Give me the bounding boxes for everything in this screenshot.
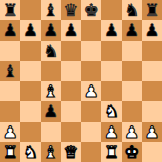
square-a8[interactable]: ♜ [0,0,20,20]
white-pawn-icon: ♟ [3,122,18,142]
square-f5[interactable] [101,61,121,81]
white-pawn-icon: ♟ [124,122,139,142]
square-g3[interactable] [122,101,142,121]
square-g5[interactable] [122,61,142,81]
square-d7[interactable]: ♟ [61,20,81,40]
square-d4[interactable] [61,81,81,101]
square-g7[interactable]: ♟ [122,20,142,40]
square-e4[interactable]: ♟ [81,81,101,101]
square-b1[interactable]: ♞ [20,142,40,162]
black-pawn-icon: ♟ [23,20,38,40]
black-rook-icon: ♜ [144,0,159,20]
square-a2[interactable]: ♟ [0,122,20,142]
square-h4[interactable] [142,81,162,101]
square-c8[interactable]: ♝ [41,0,61,20]
square-f4[interactable] [101,81,121,101]
square-f8[interactable] [101,0,121,20]
square-e2[interactable] [81,122,101,142]
square-a3[interactable] [0,101,20,121]
square-b3[interactable] [20,101,40,121]
white-rook-icon: ♜ [3,142,18,162]
square-f6[interactable] [101,41,121,61]
white-pawn-icon: ♟ [84,81,99,101]
square-g4[interactable] [122,81,142,101]
square-c6[interactable]: ♞ [41,41,61,61]
black-pawn-icon: ♟ [104,20,119,40]
square-c5[interactable] [41,61,61,81]
square-c1[interactable]: ♝ [41,142,61,162]
black-knight-icon: ♞ [124,0,139,20]
square-b8[interactable] [20,0,40,20]
white-pawn-icon: ♟ [104,122,119,142]
black-pawn-icon: ♟ [43,20,58,40]
square-h8[interactable]: ♜ [142,0,162,20]
black-pawn-icon: ♟ [63,20,78,40]
black-pawn-icon: ♟ [43,101,58,121]
black-pawn-icon: ♟ [3,20,18,40]
square-a7[interactable]: ♟ [0,20,20,40]
black-bishop-icon: ♝ [43,0,58,20]
white-bishop-icon: ♝ [43,81,58,101]
square-a5[interactable]: ♝ [0,61,20,81]
square-a6[interactable] [0,41,20,61]
black-knight-icon: ♞ [43,41,58,61]
black-bishop-icon: ♝ [3,61,18,81]
square-b7[interactable]: ♟ [20,20,40,40]
square-e5[interactable] [81,61,101,81]
square-d5[interactable] [61,61,81,81]
black-king-icon: ♚ [84,0,99,20]
square-f3[interactable]: ♞ [101,101,121,121]
white-queen-icon: ♛ [63,142,78,162]
white-bishop-icon: ♝ [43,142,58,162]
square-f1[interactable]: ♜ [101,142,121,162]
square-e6[interactable] [81,41,101,61]
square-e7[interactable] [81,20,101,40]
white-rook-icon: ♜ [104,142,119,162]
square-h5[interactable] [142,61,162,81]
square-b5[interactable] [20,61,40,81]
square-g6[interactable] [122,41,142,61]
black-queen-icon: ♛ [63,0,78,20]
square-c3[interactable]: ♟ [41,101,61,121]
square-h6[interactable] [142,41,162,61]
square-g8[interactable]: ♞ [122,0,142,20]
square-h2[interactable]: ♟ [142,122,162,142]
square-e1[interactable] [81,142,101,162]
square-d6[interactable] [61,41,81,61]
square-b6[interactable] [20,41,40,61]
square-g1[interactable]: ♚ [122,142,142,162]
square-h7[interactable]: ♟ [142,20,162,40]
white-king-icon: ♚ [124,142,139,162]
white-knight-icon: ♞ [104,101,119,121]
square-f7[interactable]: ♟ [101,20,121,40]
square-d8[interactable]: ♛ [61,0,81,20]
black-pawn-icon: ♟ [144,20,159,40]
square-g2[interactable]: ♟ [122,122,142,142]
chess-board: ♜♝♛♚♞♜♟♟♟♟♟♟♟♞♝♝♟♟♞♟♟♟♟♜♞♝♛♜♚ [0,0,162,162]
square-f2[interactable]: ♟ [101,122,121,142]
square-b4[interactable] [20,81,40,101]
square-b2[interactable] [20,122,40,142]
square-a1[interactable]: ♜ [0,142,20,162]
square-h3[interactable] [142,101,162,121]
square-c2[interactable] [41,122,61,142]
square-h1[interactable] [142,142,162,162]
white-pawn-icon: ♟ [144,122,159,142]
square-a4[interactable] [0,81,20,101]
square-e3[interactable] [81,101,101,121]
square-d3[interactable] [61,101,81,121]
square-d1[interactable]: ♛ [61,142,81,162]
white-knight-icon: ♞ [23,142,38,162]
square-c7[interactable]: ♟ [41,20,61,40]
black-pawn-icon: ♟ [124,20,139,40]
square-d2[interactable] [61,122,81,142]
square-e8[interactable]: ♚ [81,0,101,20]
black-rook-icon: ♜ [3,0,18,20]
square-c4[interactable]: ♝ [41,81,61,101]
